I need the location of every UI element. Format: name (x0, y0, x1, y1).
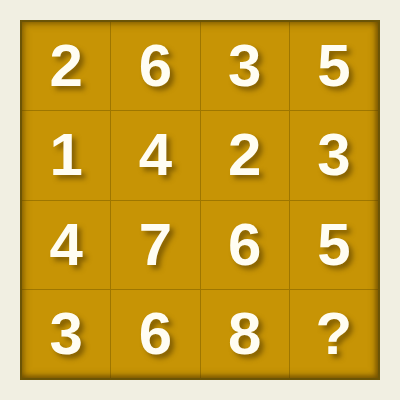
cell-r3c4: 5 (290, 201, 378, 289)
cell-r3c3: 6 (201, 201, 289, 289)
puzzle-board: 2 6 3 5 1 4 2 3 4 7 6 5 3 6 8 ? (20, 20, 380, 380)
cell-r2c1: 1 (22, 111, 110, 199)
cell-r2c4: 3 (290, 111, 378, 199)
cell-r4c2: 6 (111, 290, 199, 378)
cell-r2c3: 2 (201, 111, 289, 199)
cell-r4c3: 8 (201, 290, 289, 378)
cell-r1c4: 5 (290, 22, 378, 110)
cell-r1c2: 6 (111, 22, 199, 110)
cell-r3c1: 4 (22, 201, 110, 289)
cell-r2c2: 4 (111, 111, 199, 199)
cell-r1c3: 3 (201, 22, 289, 110)
cell-r4c1: 3 (22, 290, 110, 378)
cell-r1c1: 2 (22, 22, 110, 110)
cell-r4c4-unknown: ? (290, 290, 378, 378)
cell-r3c2: 7 (111, 201, 199, 289)
